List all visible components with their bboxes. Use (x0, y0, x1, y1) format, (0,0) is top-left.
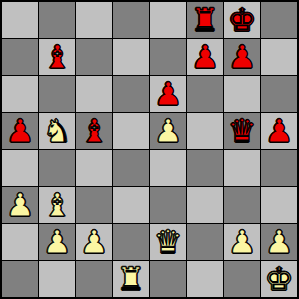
square-g5[interactable]: ♛ (224, 113, 260, 149)
square-b8[interactable] (39, 2, 75, 38)
chess-app-window: ♜♚♝♟♟♟♟♞♝♟♛♟♟♝♟♟♛♟♟♜♚ (0, 0, 299, 299)
square-e3[interactable] (150, 187, 186, 223)
square-c1[interactable] (76, 261, 112, 297)
square-e2[interactable]: ♛ (150, 224, 186, 260)
square-c8[interactable] (76, 2, 112, 38)
piece-yellow-rook[interactable]: ♜ (117, 261, 146, 297)
square-f5[interactable] (187, 113, 223, 149)
piece-red-rook[interactable]: ♜ (191, 2, 220, 38)
piece-red-queen[interactable]: ♛ (228, 113, 257, 149)
square-c2[interactable]: ♟ (76, 224, 112, 260)
piece-red-bishop[interactable]: ♝ (80, 113, 109, 149)
piece-red-pawn[interactable]: ♟ (191, 39, 220, 75)
square-d7[interactable] (113, 39, 149, 75)
piece-red-bishop[interactable]: ♝ (43, 39, 72, 75)
square-c7[interactable] (76, 39, 112, 75)
square-h1[interactable]: ♚ (261, 261, 297, 297)
chess-board: ♜♚♝♟♟♟♟♞♝♟♛♟♟♝♟♟♛♟♟♜♚ (0, 0, 299, 299)
square-c6[interactable] (76, 76, 112, 112)
square-c3[interactable] (76, 187, 112, 223)
square-b3[interactable]: ♝ (39, 187, 75, 223)
piece-yellow-pawn[interactable]: ♟ (80, 224, 109, 260)
square-e7[interactable] (150, 39, 186, 75)
square-f3[interactable] (187, 187, 223, 223)
piece-yellow-knight[interactable]: ♞ (43, 113, 72, 149)
square-f6[interactable] (187, 76, 223, 112)
square-h4[interactable] (261, 150, 297, 186)
square-g7[interactable]: ♟ (224, 39, 260, 75)
square-b1[interactable] (39, 261, 75, 297)
square-d2[interactable] (113, 224, 149, 260)
square-a6[interactable] (2, 76, 38, 112)
piece-yellow-pawn[interactable]: ♟ (6, 187, 35, 223)
square-f7[interactable]: ♟ (187, 39, 223, 75)
square-d6[interactable] (113, 76, 149, 112)
square-a7[interactable] (2, 39, 38, 75)
piece-yellow-pawn[interactable]: ♟ (43, 224, 72, 260)
square-h3[interactable] (261, 187, 297, 223)
square-h5[interactable]: ♟ (261, 113, 297, 149)
square-a1[interactable] (2, 261, 38, 297)
piece-red-pawn[interactable]: ♟ (228, 39, 257, 75)
piece-yellow-queen[interactable]: ♛ (154, 224, 183, 260)
square-g6[interactable] (224, 76, 260, 112)
square-b4[interactable] (39, 150, 75, 186)
square-h2[interactable]: ♟ (261, 224, 297, 260)
square-e1[interactable] (150, 261, 186, 297)
piece-yellow-bishop[interactable]: ♝ (43, 187, 72, 223)
square-c4[interactable] (76, 150, 112, 186)
square-f1[interactable] (187, 261, 223, 297)
square-d1[interactable]: ♜ (113, 261, 149, 297)
piece-yellow-king[interactable]: ♚ (265, 261, 294, 297)
square-a3[interactable]: ♟ (2, 187, 38, 223)
square-d8[interactable] (113, 2, 149, 38)
square-b6[interactable] (39, 76, 75, 112)
piece-yellow-pawn[interactable]: ♟ (154, 113, 183, 149)
square-c5[interactable]: ♝ (76, 113, 112, 149)
square-g1[interactable] (224, 261, 260, 297)
square-d4[interactable] (113, 150, 149, 186)
square-g2[interactable]: ♟ (224, 224, 260, 260)
square-f8[interactable]: ♜ (187, 2, 223, 38)
square-a4[interactable] (2, 150, 38, 186)
square-a2[interactable] (2, 224, 38, 260)
square-e6[interactable]: ♟ (150, 76, 186, 112)
square-g8[interactable]: ♚ (224, 2, 260, 38)
square-a5[interactable]: ♟ (2, 113, 38, 149)
square-f2[interactable] (187, 224, 223, 260)
square-d3[interactable] (113, 187, 149, 223)
square-d5[interactable] (113, 113, 149, 149)
square-h6[interactable] (261, 76, 297, 112)
square-e8[interactable] (150, 2, 186, 38)
square-h7[interactable] (261, 39, 297, 75)
square-b5[interactable]: ♞ (39, 113, 75, 149)
square-f4[interactable] (187, 150, 223, 186)
piece-yellow-pawn[interactable]: ♟ (228, 224, 257, 260)
square-e5[interactable]: ♟ (150, 113, 186, 149)
square-b2[interactable]: ♟ (39, 224, 75, 260)
piece-red-pawn[interactable]: ♟ (265, 113, 294, 149)
square-h8[interactable] (261, 2, 297, 38)
square-b7[interactable]: ♝ (39, 39, 75, 75)
piece-red-king[interactable]: ♚ (228, 2, 257, 38)
square-e4[interactable] (150, 150, 186, 186)
piece-yellow-pawn[interactable]: ♟ (265, 224, 294, 260)
square-g4[interactable] (224, 150, 260, 186)
piece-red-pawn[interactable]: ♟ (154, 76, 183, 112)
square-g3[interactable] (224, 187, 260, 223)
piece-red-pawn[interactable]: ♟ (6, 113, 35, 149)
square-a8[interactable] (2, 2, 38, 38)
